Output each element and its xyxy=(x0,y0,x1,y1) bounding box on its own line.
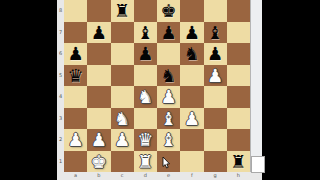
black-pawn: ♟ xyxy=(137,43,153,65)
square-g2[interactable] xyxy=(204,129,227,151)
square-c6[interactable] xyxy=(111,43,134,65)
square-d4[interactable]: ♞ xyxy=(134,86,157,108)
black-knight: ♞ xyxy=(184,43,200,65)
square-f2[interactable] xyxy=(180,129,203,151)
file-label-c: c xyxy=(121,173,124,178)
white-pawn: ♟ xyxy=(184,108,200,130)
square-b6[interactable] xyxy=(87,43,110,65)
black-pawn: ♟ xyxy=(207,43,223,65)
square-f7[interactable]: ♟ xyxy=(180,22,203,44)
rank-labels: 87654321 xyxy=(57,0,64,180)
square-b2[interactable]: ♟ xyxy=(87,129,110,151)
square-b3[interactable] xyxy=(87,108,110,130)
square-c4[interactable] xyxy=(111,86,134,108)
square-f4[interactable] xyxy=(180,86,203,108)
square-d2[interactable]: ♛ xyxy=(134,129,157,151)
square-d5[interactable] xyxy=(134,65,157,87)
file-label-a: a xyxy=(74,173,77,178)
file-label-d: d xyxy=(144,173,147,178)
square-f1[interactable] xyxy=(180,151,203,173)
square-a6[interactable]: ♟ xyxy=(64,43,87,65)
black-pawn: ♟ xyxy=(91,22,107,44)
square-a1[interactable] xyxy=(64,151,87,173)
black-bishop: ♝ xyxy=(137,22,153,44)
square-b5[interactable] xyxy=(87,65,110,87)
rank-label-1: 1 xyxy=(57,151,64,173)
square-b8[interactable] xyxy=(87,0,110,22)
square-a2[interactable]: ♟ xyxy=(64,129,87,151)
screen: 87654321 ♜♚♟♝♟♟♝♟♟♞♟♛♞♟♞♟♞♝♟♟♟♟♛♝♚♜♜ abc… xyxy=(0,0,320,180)
white-pawn: ♟ xyxy=(161,86,177,108)
white-knight: ♞ xyxy=(114,108,130,130)
rank-label-7: 7 xyxy=(57,22,64,44)
square-e6[interactable] xyxy=(157,43,180,65)
black-bishop: ♝ xyxy=(207,22,223,44)
white-pawn: ♟ xyxy=(207,65,223,87)
square-c2[interactable]: ♟ xyxy=(111,129,134,151)
square-b4[interactable] xyxy=(87,86,110,108)
square-f6[interactable]: ♞ xyxy=(180,43,203,65)
black-pawn: ♟ xyxy=(184,22,200,44)
black-queen: ♛ xyxy=(68,65,84,87)
file-label-f: f xyxy=(191,173,193,178)
square-d8[interactable] xyxy=(134,0,157,22)
square-g1[interactable] xyxy=(204,151,227,173)
square-h3[interactable] xyxy=(227,108,250,130)
square-a5[interactable]: ♛ xyxy=(64,65,87,87)
white-pawn: ♟ xyxy=(91,129,107,151)
square-e8[interactable]: ♚ xyxy=(157,0,180,22)
square-g5[interactable]: ♟ xyxy=(204,65,227,87)
square-h2[interactable] xyxy=(227,129,250,151)
square-d1[interactable]: ♜ xyxy=(134,151,157,173)
square-e3[interactable]: ♝ xyxy=(157,108,180,130)
rank-label-8: 8 xyxy=(57,0,64,22)
square-a4[interactable] xyxy=(64,86,87,108)
square-d6[interactable]: ♟ xyxy=(134,43,157,65)
square-g8[interactable] xyxy=(204,0,227,22)
square-h6[interactable] xyxy=(227,43,250,65)
black-king: ♚ xyxy=(161,0,177,22)
square-e5[interactable]: ♞ xyxy=(157,65,180,87)
file-label-g: g xyxy=(214,173,217,178)
chess-board: ♜♚♟♝♟♟♝♟♟♞♟♛♞♟♞♟♞♝♟♟♟♟♛♝♚♜♜ xyxy=(64,0,250,172)
square-g7[interactable]: ♝ xyxy=(204,22,227,44)
white-bishop: ♝ xyxy=(161,129,177,151)
square-h4[interactable] xyxy=(227,86,250,108)
black-pawn: ♟ xyxy=(161,22,177,44)
black-pawn: ♟ xyxy=(68,43,84,65)
black-knight: ♞ xyxy=(161,65,177,87)
square-b7[interactable]: ♟ xyxy=(87,22,110,44)
white-knight: ♞ xyxy=(137,86,153,108)
rank-label-2: 2 xyxy=(57,129,64,151)
white-bishop: ♝ xyxy=(161,108,177,130)
rank-label-3: 3 xyxy=(57,108,64,130)
rank-label-5: 5 xyxy=(57,65,64,87)
square-g6[interactable]: ♟ xyxy=(204,43,227,65)
file-labels: abcdefgh xyxy=(57,172,262,180)
file-label-h: h xyxy=(237,173,240,178)
rank-label-4: 4 xyxy=(57,86,64,108)
square-e4[interactable]: ♟ xyxy=(157,86,180,108)
square-a7[interactable] xyxy=(64,22,87,44)
square-c1[interactable] xyxy=(111,151,134,173)
white-queen: ♛ xyxy=(137,129,153,151)
square-g3[interactable] xyxy=(204,108,227,130)
black-rook: ♜ xyxy=(114,0,130,22)
square-c8[interactable]: ♜ xyxy=(111,0,134,22)
white-rook: ♜ xyxy=(137,151,153,173)
square-e2[interactable]: ♝ xyxy=(157,129,180,151)
file-label-b: b xyxy=(97,173,100,178)
square-f5[interactable] xyxy=(180,65,203,87)
rank-label-6: 6 xyxy=(57,43,64,65)
black-rook: ♜ xyxy=(230,151,246,173)
square-c5[interactable] xyxy=(111,65,134,87)
square-a3[interactable] xyxy=(64,108,87,130)
square-e7[interactable]: ♟ xyxy=(157,22,180,44)
file-label-e: e xyxy=(167,173,170,178)
square-h8[interactable] xyxy=(227,0,250,22)
square-b1[interactable]: ♚ xyxy=(87,151,110,173)
white-king: ♚ xyxy=(91,151,107,173)
square-d7[interactable]: ♝ xyxy=(134,22,157,44)
square-h1[interactable]: ♜ xyxy=(227,151,250,173)
square-c3[interactable]: ♞ xyxy=(111,108,134,130)
scrollbar-corner[interactable] xyxy=(251,156,265,173)
mouse-cursor xyxy=(162,154,171,166)
square-g4[interactable] xyxy=(204,86,227,108)
square-a8[interactable] xyxy=(64,0,87,22)
scrollbar-track[interactable] xyxy=(250,0,262,172)
square-f8[interactable] xyxy=(180,0,203,22)
square-h7[interactable] xyxy=(227,22,250,44)
square-c7[interactable] xyxy=(111,22,134,44)
square-d3[interactable] xyxy=(134,108,157,130)
white-pawn: ♟ xyxy=(68,129,84,151)
square-h5[interactable] xyxy=(227,65,250,87)
square-f3[interactable]: ♟ xyxy=(180,108,203,130)
white-pawn: ♟ xyxy=(114,129,130,151)
